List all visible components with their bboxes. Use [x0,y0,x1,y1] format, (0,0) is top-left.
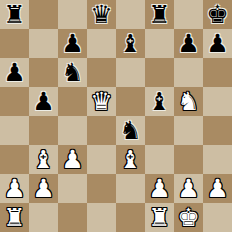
square-b3[interactable]: ♝ [29,145,58,174]
square-d4[interactable] [87,116,116,145]
square-g5[interactable]: ♞ [174,87,203,116]
square-c7[interactable]: ♟ [58,29,87,58]
square-h5[interactable] [203,87,232,116]
square-h6[interactable] [203,58,232,87]
square-f6[interactable] [145,58,174,87]
square-d2[interactable] [87,174,116,203]
square-c3[interactable]: ♟ [58,145,87,174]
piece-white-pawn[interactable]: ♟ [148,176,170,201]
square-b8[interactable] [29,0,58,29]
square-b1[interactable] [29,203,58,232]
square-c5[interactable] [58,87,87,116]
square-b6[interactable] [29,58,58,87]
square-e6[interactable] [116,58,145,87]
piece-black-knight[interactable]: ♞ [61,60,83,85]
square-c2[interactable] [58,174,87,203]
square-b4[interactable] [29,116,58,145]
square-a5[interactable] [0,87,29,116]
square-d1[interactable] [87,203,116,232]
square-g8[interactable] [174,0,203,29]
square-e4[interactable]: ♞ [116,116,145,145]
piece-white-bishop[interactable]: ♝ [32,147,54,172]
square-h1[interactable] [203,203,232,232]
piece-black-pawn[interactable]: ♟ [177,31,199,56]
square-f8[interactable]: ♜ [145,0,174,29]
square-g4[interactable] [174,116,203,145]
square-a6[interactable]: ♟ [0,58,29,87]
square-f3[interactable] [145,145,174,174]
square-d5[interactable]: ♛ [87,87,116,116]
square-d6[interactable] [87,58,116,87]
square-h3[interactable] [203,145,232,174]
piece-black-knight[interactable]: ♞ [119,118,141,143]
piece-white-pawn[interactable]: ♟ [61,147,83,172]
piece-black-rook[interactable]: ♜ [3,2,25,27]
piece-black-king[interactable]: ♚ [206,2,228,27]
piece-white-rook[interactable]: ♜ [3,205,25,230]
piece-black-pawn[interactable]: ♟ [3,60,25,85]
square-b2[interactable]: ♟ [29,174,58,203]
piece-black-rook[interactable]: ♜ [148,2,170,27]
piece-black-pawn[interactable]: ♟ [61,31,83,56]
piece-white-pawn[interactable]: ♟ [206,176,228,201]
piece-black-bishop[interactable]: ♝ [119,31,141,56]
square-g1[interactable]: ♚ [174,203,203,232]
piece-white-bishop[interactable]: ♝ [119,147,141,172]
square-c1[interactable] [58,203,87,232]
square-h7[interactable]: ♟ [203,29,232,58]
square-a8[interactable]: ♜ [0,0,29,29]
square-d3[interactable] [87,145,116,174]
square-a3[interactable] [0,145,29,174]
square-f5[interactable]: ♝ [145,87,174,116]
square-h4[interactable] [203,116,232,145]
piece-white-knight[interactable]: ♞ [177,89,199,114]
square-f1[interactable]: ♜ [145,203,174,232]
chess-board: ♜♛♜♚♟♝♟♟♟♞♟♛♝♞♞♝♟♝♟♟♟♟♟♜♜♚ [0,0,232,232]
square-e7[interactable]: ♝ [116,29,145,58]
square-g3[interactable] [174,145,203,174]
square-g7[interactable]: ♟ [174,29,203,58]
square-c6[interactable]: ♞ [58,58,87,87]
square-h2[interactable]: ♟ [203,174,232,203]
square-e1[interactable] [116,203,145,232]
piece-white-king[interactable]: ♚ [177,205,199,230]
square-b7[interactable] [29,29,58,58]
square-f4[interactable] [145,116,174,145]
square-b5[interactable]: ♟ [29,87,58,116]
square-a4[interactable] [0,116,29,145]
square-g2[interactable]: ♟ [174,174,203,203]
piece-white-rook[interactable]: ♜ [148,205,170,230]
piece-black-queen[interactable]: ♛ [90,2,112,27]
square-a7[interactable] [0,29,29,58]
square-e2[interactable] [116,174,145,203]
piece-white-pawn[interactable]: ♟ [177,176,199,201]
piece-white-queen[interactable]: ♛ [90,89,112,114]
square-f2[interactable]: ♟ [145,174,174,203]
square-e8[interactable] [116,0,145,29]
square-c4[interactable] [58,116,87,145]
square-f7[interactable] [145,29,174,58]
square-a2[interactable]: ♟ [0,174,29,203]
piece-white-pawn[interactable]: ♟ [32,176,54,201]
square-d7[interactable] [87,29,116,58]
piece-black-bishop[interactable]: ♝ [148,89,170,114]
piece-black-pawn[interactable]: ♟ [206,31,228,56]
square-d8[interactable]: ♛ [87,0,116,29]
square-g6[interactable] [174,58,203,87]
piece-black-pawn[interactable]: ♟ [32,89,54,114]
square-h8[interactable]: ♚ [203,0,232,29]
square-e3[interactable]: ♝ [116,145,145,174]
square-e5[interactable] [116,87,145,116]
piece-white-pawn[interactable]: ♟ [3,176,25,201]
square-a1[interactable]: ♜ [0,203,29,232]
square-c8[interactable] [58,0,87,29]
